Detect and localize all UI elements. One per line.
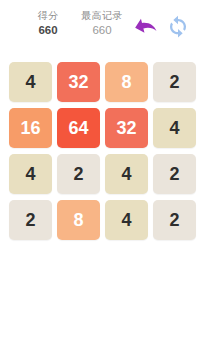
- tile-r3c4: 2: [153, 154, 196, 194]
- tile-r2c2: 64: [57, 108, 100, 148]
- score-label: 得分: [26, 10, 70, 22]
- board-2048[interactable]: 43282166432442422842: [9, 62, 196, 240]
- tile-r2c3: 32: [105, 108, 148, 148]
- tile-r4c3: 4: [105, 200, 148, 240]
- tile-r2c4: 4: [153, 108, 196, 148]
- undo-icon: [130, 13, 160, 39]
- game-screen: 得分 660 最高记录 660 43282166432442422842: [0, 0, 202, 359]
- tile-r2c1: 16: [9, 108, 52, 148]
- tile-r4c2: 8: [57, 200, 100, 240]
- best-score-value: 660: [74, 23, 130, 37]
- tile-r3c2: 2: [57, 154, 100, 194]
- tile-r1c2: 32: [57, 62, 100, 102]
- tile-r4c1: 2: [9, 200, 52, 240]
- tile-r1c4: 2: [153, 62, 196, 102]
- refresh-button[interactable]: [163, 12, 193, 40]
- header: 得分 660 最高记录 660: [0, 8, 202, 42]
- tile-r1c3: 8: [105, 62, 148, 102]
- tile-r3c1: 4: [9, 154, 52, 194]
- score-box: 得分 660: [26, 10, 70, 37]
- score-value: 660: [26, 23, 70, 37]
- refresh-icon: [163, 13, 193, 39]
- best-score-box: 最高记录 660: [74, 10, 130, 37]
- best-score-label: 最高记录: [74, 10, 130, 22]
- tile-r1c1: 4: [9, 62, 52, 102]
- tile-r3c3: 4: [105, 154, 148, 194]
- tile-r4c4: 2: [153, 200, 196, 240]
- undo-button[interactable]: [130, 12, 160, 40]
